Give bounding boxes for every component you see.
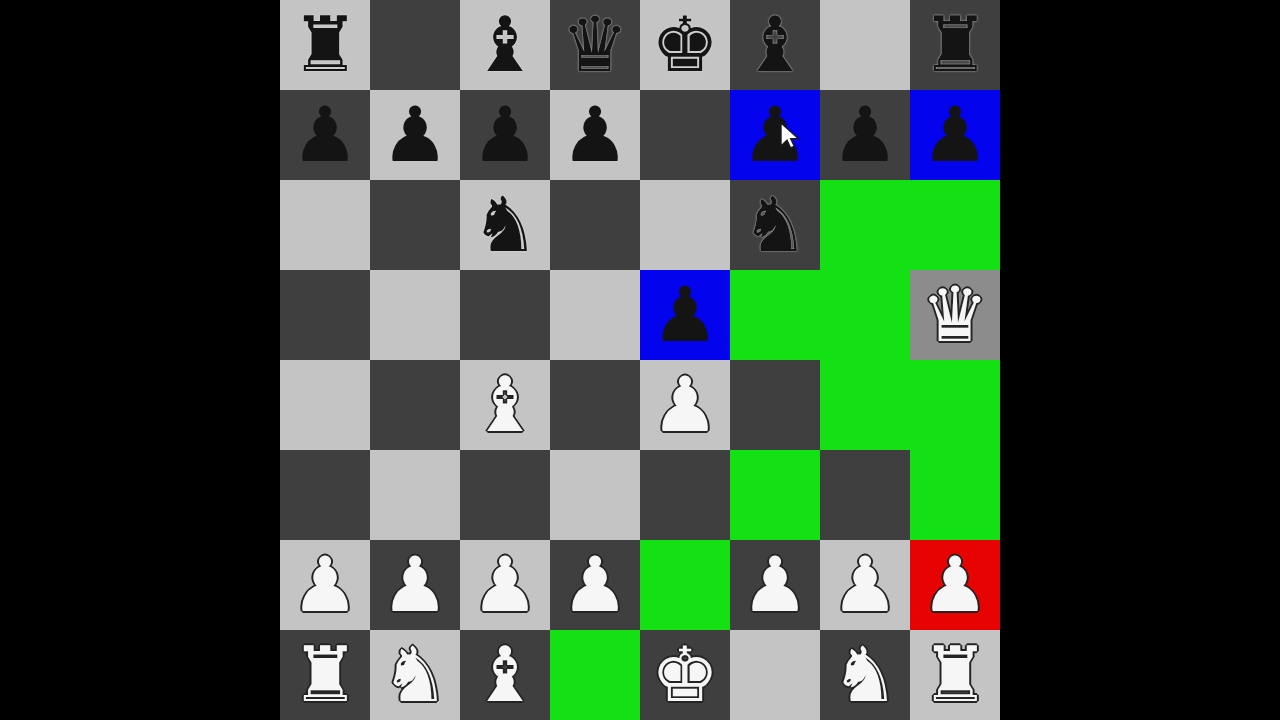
- piece-black-bishop[interactable]: ♝: [460, 0, 550, 90]
- piece-white-pawn[interactable]: ♟: [460, 540, 550, 630]
- square-a7[interactable]: ♟: [280, 90, 370, 180]
- square-a1[interactable]: ♜: [280, 630, 370, 720]
- square-e2[interactable]: [640, 540, 730, 630]
- square-f5[interactable]: [730, 270, 820, 360]
- piece-white-pawn[interactable]: ♟: [370, 540, 460, 630]
- square-h5[interactable]: ♛: [910, 270, 1000, 360]
- piece-black-pawn[interactable]: ♟: [730, 90, 820, 180]
- square-c1[interactable]: ♝: [460, 630, 550, 720]
- piece-black-pawn[interactable]: ♟: [280, 90, 370, 180]
- square-d4[interactable]: [550, 360, 640, 450]
- square-c6[interactable]: ♞: [460, 180, 550, 270]
- square-e5[interactable]: ♟: [640, 270, 730, 360]
- square-d8[interactable]: ♛: [550, 0, 640, 90]
- square-b7[interactable]: ♟: [370, 90, 460, 180]
- square-h7[interactable]: ♟: [910, 90, 1000, 180]
- square-c7[interactable]: ♟: [460, 90, 550, 180]
- piece-white-bishop[interactable]: ♝: [460, 630, 550, 720]
- square-d3[interactable]: [550, 450, 640, 540]
- piece-white-pawn[interactable]: ♟: [280, 540, 370, 630]
- piece-white-king[interactable]: ♚: [640, 630, 730, 720]
- square-b1[interactable]: ♞: [370, 630, 460, 720]
- piece-black-pawn[interactable]: ♟: [820, 90, 910, 180]
- piece-white-pawn[interactable]: ♟: [820, 540, 910, 630]
- piece-black-knight[interactable]: ♞: [730, 180, 820, 270]
- square-a6[interactable]: [280, 180, 370, 270]
- piece-white-knight[interactable]: ♞: [820, 630, 910, 720]
- square-e8[interactable]: ♚: [640, 0, 730, 90]
- piece-white-knight[interactable]: ♞: [370, 630, 460, 720]
- piece-white-pawn[interactable]: ♟: [910, 540, 1000, 630]
- square-d6[interactable]: [550, 180, 640, 270]
- square-a8[interactable]: ♜: [280, 0, 370, 90]
- piece-white-pawn[interactable]: ♟: [730, 540, 820, 630]
- square-a4[interactable]: [280, 360, 370, 450]
- square-f2[interactable]: ♟: [730, 540, 820, 630]
- square-h1[interactable]: ♜: [910, 630, 1000, 720]
- square-c5[interactable]: [460, 270, 550, 360]
- square-h8[interactable]: ♜: [910, 0, 1000, 90]
- piece-black-bishop[interactable]: ♝: [730, 0, 820, 90]
- piece-black-knight[interactable]: ♞: [460, 180, 550, 270]
- square-b5[interactable]: [370, 270, 460, 360]
- piece-black-pawn[interactable]: ♟: [550, 90, 640, 180]
- square-f7[interactable]: ♟: [730, 90, 820, 180]
- left-letterbox: [0, 0, 280, 720]
- square-e3[interactable]: [640, 450, 730, 540]
- square-g7[interactable]: ♟: [820, 90, 910, 180]
- piece-white-bishop[interactable]: ♝: [460, 360, 550, 450]
- square-c8[interactable]: ♝: [460, 0, 550, 90]
- square-h6[interactable]: [910, 180, 1000, 270]
- square-g5[interactable]: [820, 270, 910, 360]
- square-f4[interactable]: [730, 360, 820, 450]
- piece-white-rook[interactable]: ♜: [280, 630, 370, 720]
- square-h4[interactable]: [910, 360, 1000, 450]
- square-b8[interactable]: [370, 0, 460, 90]
- square-d1[interactable]: [550, 630, 640, 720]
- square-g3[interactable]: [820, 450, 910, 540]
- square-e6[interactable]: [640, 180, 730, 270]
- square-d2[interactable]: ♟: [550, 540, 640, 630]
- piece-white-pawn[interactable]: ♟: [640, 360, 730, 450]
- piece-black-rook[interactable]: ♜: [910, 0, 1000, 90]
- square-f6[interactable]: ♞: [730, 180, 820, 270]
- square-g8[interactable]: [820, 0, 910, 90]
- square-a2[interactable]: ♟: [280, 540, 370, 630]
- square-a5[interactable]: [280, 270, 370, 360]
- square-g1[interactable]: ♞: [820, 630, 910, 720]
- piece-black-pawn[interactable]: ♟: [910, 90, 1000, 180]
- square-g4[interactable]: [820, 360, 910, 450]
- piece-black-queen[interactable]: ♛: [550, 0, 640, 90]
- square-c2[interactable]: ♟: [460, 540, 550, 630]
- square-h3[interactable]: [910, 450, 1000, 540]
- square-c4[interactable]: ♝: [460, 360, 550, 450]
- square-e4[interactable]: ♟: [640, 360, 730, 450]
- square-g6[interactable]: [820, 180, 910, 270]
- square-b3[interactable]: [370, 450, 460, 540]
- square-e1[interactable]: ♚: [640, 630, 730, 720]
- square-f1[interactable]: [730, 630, 820, 720]
- square-e7[interactable]: [640, 90, 730, 180]
- square-b2[interactable]: ♟: [370, 540, 460, 630]
- square-d5[interactable]: [550, 270, 640, 360]
- square-h2[interactable]: ♟: [910, 540, 1000, 630]
- square-b4[interactable]: [370, 360, 460, 450]
- piece-black-rook[interactable]: ♜: [280, 0, 370, 90]
- square-a3[interactable]: [280, 450, 370, 540]
- square-f8[interactable]: ♝: [730, 0, 820, 90]
- piece-black-pawn[interactable]: ♟: [460, 90, 550, 180]
- piece-white-rook[interactable]: ♜: [910, 630, 1000, 720]
- square-b6[interactable]: [370, 180, 460, 270]
- square-c3[interactable]: [460, 450, 550, 540]
- piece-black-king[interactable]: ♚: [640, 0, 730, 90]
- square-g2[interactable]: ♟: [820, 540, 910, 630]
- piece-black-pawn[interactable]: ♟: [370, 90, 460, 180]
- chessboard: ♜♝♛♚♝♜♟♟♟♟♟♟♟♞♞♟♛♝♟♟♟♟♟♟♟♟♜♞♝♚♞♜: [280, 0, 1000, 720]
- piece-white-pawn[interactable]: ♟: [550, 540, 640, 630]
- square-d7[interactable]: ♟: [550, 90, 640, 180]
- piece-white-queen[interactable]: ♛: [910, 270, 1000, 360]
- square-f3[interactable]: [730, 450, 820, 540]
- right-letterbox: [1000, 0, 1280, 720]
- piece-black-pawn[interactable]: ♟: [640, 270, 730, 360]
